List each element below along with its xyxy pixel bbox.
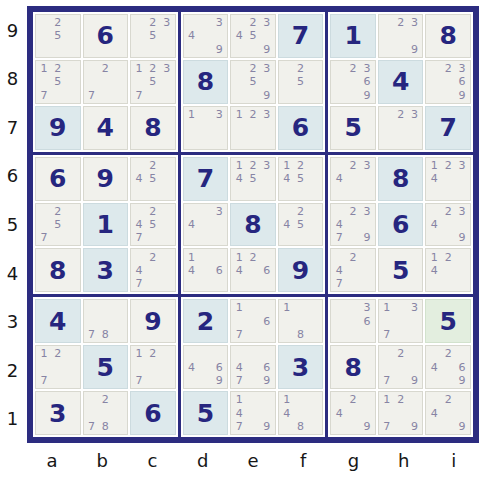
candidate-grid: 2359 [232,62,274,102]
cand-2: 2 [346,159,360,172]
candidate-grid: 1257 [37,62,79,102]
digit: 4 [97,115,114,140]
cand-3: 3 [360,301,374,314]
cand-6: 6 [360,315,374,328]
cand-4: 4 [427,361,441,374]
block-1: 25623512572712357948 [33,12,178,152]
candidate-grid: 247 [332,250,374,290]
candidate-grid: 123 [232,108,274,148]
cand-9: 9 [360,420,374,433]
cand-1: 1 [280,393,294,406]
candidate-grid: 2369 [427,62,469,102]
col-label-h: h [379,444,429,476]
cand-5: 5 [246,29,260,42]
cell-i5[interactable]: 2349 [425,203,471,247]
cand-4: 4 [427,172,441,185]
cell-e1[interactable]: 1479 [230,391,276,435]
cand-4: 4 [185,361,199,374]
cand-3: 3 [408,301,422,314]
cand-4: 4 [280,406,294,419]
cand-2: 2 [146,62,160,75]
cell-e8[interactable]: 2359 [230,60,276,104]
cand-7: 7 [132,88,146,101]
cand-7: 7 [132,231,146,244]
cell-d3[interactable]: 2 [183,299,229,343]
cand-4: 4 [232,406,246,419]
cand-7: 7 [85,420,99,433]
cand-2: 2 [441,393,455,406]
cell-b5[interactable]: 1 [83,203,129,247]
cand-7: 7 [37,88,51,101]
cand-2: 2 [346,393,360,406]
cand-3: 3 [212,205,226,218]
cand-9: 9 [408,43,422,56]
candidate-grid: 124 [427,250,469,290]
cand-9: 9 [260,374,274,387]
cand-3: 3 [360,159,374,172]
cell-f8[interactable]: 25 [278,60,324,104]
cand-2: 2 [246,16,260,29]
cand-1: 1 [380,301,394,314]
candidate-grid: 148 [280,393,322,433]
candidate-grid: 13 [185,108,227,148]
cell-f3[interactable]: 18 [278,299,324,343]
cell-h6[interactable]: 8 [378,157,424,201]
row-label-6: 6 [0,152,25,201]
cell-e4[interactable]: 1246 [230,248,276,292]
cand-1: 1 [185,250,199,263]
digit: 5 [197,401,214,426]
cand-5: 5 [246,172,260,185]
cell-i7[interactable]: 7 [425,106,471,150]
cand-7: 7 [232,420,246,433]
cand-9: 9 [408,374,422,387]
cell-c2[interactable]: 127 [130,345,176,389]
cand-7: 7 [85,328,99,341]
cand-5: 5 [51,75,65,88]
cell-f6[interactable]: 1245 [278,157,324,201]
digit: 6 [392,212,409,237]
cell-f4[interactable]: 9 [278,248,324,292]
cand-6: 6 [455,75,469,88]
digit: 9 [144,309,161,334]
cand-7: 7 [380,374,394,387]
cell-b4[interactable]: 3 [83,248,129,292]
digit: 6 [144,401,161,426]
cell-i9[interactable]: 8 [425,14,471,58]
cand-8: 8 [98,420,112,433]
col-label-g: g [328,444,378,476]
cand-9: 9 [408,420,422,433]
cand-2: 2 [441,159,455,172]
cand-1: 1 [132,62,146,75]
candidate-grid: 34 [185,205,227,245]
digit: 5 [440,309,457,334]
cand-2: 2 [394,393,408,406]
cand-2: 2 [246,250,260,263]
candidate-grid: 469 [185,347,227,387]
cand-9: 9 [455,374,469,387]
candidate-grid: 239 [380,16,422,56]
cell-b1[interactable]: 278 [83,391,129,435]
cell-c4[interactable]: 247 [130,248,176,292]
cell-d7[interactable]: 13 [183,106,229,150]
cell-b6[interactable]: 9 [83,157,129,201]
cell-a3[interactable]: 4 [35,299,81,343]
cand-4: 4 [427,218,441,231]
cell-c1[interactable]: 6 [130,391,176,435]
cand-1: 1 [37,347,51,360]
cand-6: 6 [455,361,469,374]
cell-h9[interactable]: 239 [378,14,424,58]
cand-3: 3 [360,205,374,218]
cand-3: 3 [455,159,469,172]
cand-1: 1 [37,62,51,75]
cell-d9[interactable]: 349 [183,14,229,58]
cell-c7[interactable]: 8 [130,106,176,150]
candidate-grid: 247 [132,250,174,290]
cell-h7[interactable]: 23 [378,106,424,150]
digit: 8 [49,258,66,283]
cell-f7[interactable]: 6 [278,106,324,150]
cand-9: 9 [260,420,274,433]
col-label-e: e [228,444,278,476]
block-9: 361375827924692491279249 [328,297,473,437]
cell-c9[interactable]: 235 [130,14,176,58]
cand-6: 6 [360,75,374,88]
cell-g7[interactable]: 5 [330,106,376,150]
cand-4: 4 [332,218,346,231]
cand-1: 1 [232,393,246,406]
cand-7: 7 [37,231,51,244]
candidate-grid: 12345 [232,159,274,199]
cand-3: 3 [212,108,226,121]
cell-h1[interactable]: 1279 [378,391,424,435]
digit: 5 [392,258,409,283]
cand-3: 3 [260,159,274,172]
row-label-4: 4 [0,249,25,298]
digit: 1 [97,212,114,237]
cand-9: 9 [455,420,469,433]
col-label-c: c [127,444,177,476]
cell-i8[interactable]: 2369 [425,60,471,104]
cell-a1[interactable]: 3 [35,391,81,435]
row-label-1: 1 [0,394,25,443]
cand-3: 3 [212,16,226,29]
cand-1: 1 [427,250,441,263]
cell-g8[interactable]: 2369 [330,60,376,104]
candidate-grid: 1279 [380,393,422,433]
cell-d6[interactable]: 7 [183,157,229,201]
cell-f5[interactable]: 245 [278,203,324,247]
cell-a2[interactable]: 127 [35,345,81,389]
candidate-grid: 146 [185,250,227,290]
candidate-grid: 1245 [280,159,322,199]
cell-c6[interactable]: 245 [130,157,176,201]
candidate-grid: 245 [132,159,174,199]
cand-5: 5 [146,218,160,231]
cell-h4[interactable]: 5 [378,248,424,292]
cell-d8[interactable]: 8 [183,60,229,104]
candidate-grid: 36 [332,301,374,341]
cell-g2[interactable]: 8 [330,345,376,389]
cand-2: 2 [346,62,360,75]
cell-e7[interactable]: 123 [230,106,276,150]
cand-4: 4 [185,29,199,42]
cand-7: 7 [332,231,346,244]
cand-9: 9 [260,88,274,101]
candidate-grid: 1479 [232,393,274,433]
candidate-grid: 25 [37,16,79,56]
cand-9: 9 [360,88,374,101]
digit: 1 [344,23,361,48]
cell-b2[interactable]: 5 [83,345,129,389]
cell-b7[interactable]: 4 [83,106,129,150]
cand-2: 2 [51,205,65,218]
digit: 8 [144,115,161,140]
cand-4: 4 [332,406,346,419]
cand-2: 2 [394,108,408,121]
candidate-grid: 249 [427,393,469,433]
cell-h5[interactable]: 6 [378,203,424,247]
cand-2: 2 [98,62,112,75]
cand-9: 9 [360,231,374,244]
cell-a7[interactable]: 9 [35,106,81,150]
candidate-grid: 127 [37,347,79,387]
block-5: 712345124534824514612469 [181,155,326,295]
cell-e3[interactable]: 167 [230,299,276,343]
cand-4: 4 [232,361,246,374]
cand-2: 2 [394,347,408,360]
cell-a6[interactable]: 6 [35,157,81,201]
cell-a5[interactable]: 257 [35,203,81,247]
cand-1: 1 [280,159,294,172]
digit: 9 [97,166,114,191]
candidate-grid: 167 [232,301,274,341]
digit: 7 [440,115,457,140]
cand-5: 5 [146,172,160,185]
cell-d1[interactable]: 5 [183,391,229,435]
candidate-grid: 1234 [427,159,469,199]
sudoku-app: 987654321 256235125727123579483492345978… [0,0,480,480]
cand-5: 5 [246,75,260,88]
cell-h2[interactable]: 279 [378,345,424,389]
cell-d2[interactable]: 469 [183,345,229,389]
candidate-grid: 4679 [232,347,274,387]
candidate-grid: 27 [85,62,127,102]
cell-e6[interactable]: 12345 [230,157,276,201]
candidate-grid: 279 [380,347,422,387]
cand-7: 7 [380,328,394,341]
cand-7: 7 [132,374,146,387]
cell-c8[interactable]: 12357 [130,60,176,104]
cand-2: 2 [146,205,160,218]
block-8: 2167184694679351479148 [181,297,326,437]
col-label-b: b [77,444,127,476]
digit: 8 [244,212,261,237]
cand-4: 4 [185,264,199,277]
candidate-grid: 235 [132,16,174,56]
cand-7: 7 [132,277,146,290]
cand-7: 7 [332,277,346,290]
cell-e2[interactable]: 4679 [230,345,276,389]
digit: 9 [292,258,309,283]
cand-1: 1 [280,301,294,314]
col-label-a: a [27,444,77,476]
cand-5: 5 [294,218,308,231]
cell-d5[interactable]: 34 [183,203,229,247]
col-labels: abcdefghi [27,444,479,476]
digit: 7 [197,166,214,191]
cand-2: 2 [51,347,65,360]
cand-2: 2 [294,205,308,218]
cell-a9[interactable]: 25 [35,14,81,58]
digit: 6 [292,115,309,140]
cand-3: 3 [408,16,422,29]
cand-2: 2 [441,347,455,360]
block-7: 4789127512732786 [33,297,178,437]
candidate-grid: 23459 [232,16,274,56]
cand-2: 2 [146,347,160,360]
cand-3: 3 [360,62,374,75]
cell-g4[interactable]: 247 [330,248,376,292]
digit: 5 [97,355,114,380]
cand-2: 2 [346,250,360,263]
row-label-9: 9 [0,6,25,55]
row-label-5: 5 [0,200,25,249]
cell-i2[interactable]: 2469 [425,345,471,389]
digit: 8 [197,69,214,94]
cell-g3[interactable]: 36 [330,299,376,343]
cand-4: 4 [427,264,441,277]
candidate-grid: 25 [280,62,322,102]
row-label-2: 2 [0,346,25,395]
candidate-grid: 127 [132,347,174,387]
cell-c5[interactable]: 2457 [130,203,176,247]
cand-6: 6 [212,361,226,374]
candidate-grid: 23479 [332,205,374,245]
cand-5: 5 [294,75,308,88]
cand-1: 1 [232,108,246,121]
cand-4: 4 [280,172,294,185]
cell-g9[interactable]: 1 [330,14,376,58]
cell-e9[interactable]: 23459 [230,14,276,58]
cell-f1[interactable]: 148 [278,391,324,435]
cell-e5[interactable]: 8 [230,203,276,247]
digit: 4 [49,309,66,334]
cand-4: 4 [132,264,146,277]
candidate-grid: 18 [280,301,322,341]
candidate-grid: 2469 [427,347,469,387]
cand-5: 5 [294,172,308,185]
cand-3: 3 [455,62,469,75]
candidate-grid: 2369 [332,62,374,102]
cand-9: 9 [212,374,226,387]
cell-i3[interactable]: 5 [425,299,471,343]
cand-5: 5 [51,218,65,231]
cand-7: 7 [380,420,394,433]
digit: 8 [440,23,457,48]
cell-i1[interactable]: 249 [425,391,471,435]
block-4: 692452571245783247 [33,155,178,295]
cell-a8[interactable]: 1257 [35,60,81,104]
cand-4: 4 [132,172,146,185]
cand-1: 1 [232,250,246,263]
cand-3: 3 [160,16,174,29]
row-labels: 987654321 [0,6,25,443]
candidate-grid: 249 [332,393,374,433]
cand-5: 5 [146,75,160,88]
cand-4: 4 [132,218,146,231]
cand-4: 4 [332,172,346,185]
cand-1: 1 [132,347,146,360]
cell-b9[interactable]: 6 [83,14,129,58]
digit: 6 [49,166,66,191]
digit: 8 [392,166,409,191]
cell-g5[interactable]: 23479 [330,203,376,247]
cell-b8[interactable]: 27 [83,60,129,104]
candidate-grid: 234 [332,159,374,199]
cell-c3[interactable]: 9 [130,299,176,343]
cell-a4[interactable]: 8 [35,248,81,292]
cand-8: 8 [294,328,308,341]
cand-3: 3 [260,62,274,75]
col-label-f: f [278,444,328,476]
candidate-grid: 245 [280,205,322,245]
cand-2: 2 [294,62,308,75]
digit: 7 [292,23,309,48]
cell-g1[interactable]: 249 [330,391,376,435]
digit: 5 [344,115,361,140]
cand-9: 9 [455,88,469,101]
cell-b3[interactable]: 78 [83,299,129,343]
cell-d4[interactable]: 146 [183,248,229,292]
cell-f9[interactable]: 7 [278,14,324,58]
cell-i6[interactable]: 1234 [425,157,471,201]
cell-h8[interactable]: 4 [378,60,424,104]
candidate-grid: 2349 [427,205,469,245]
cand-1: 1 [232,159,246,172]
cell-g6[interactable]: 234 [330,157,376,201]
row-label-8: 8 [0,55,25,104]
cand-3: 3 [260,108,274,121]
cell-f2[interactable]: 3 [278,345,324,389]
cand-9: 9 [260,43,274,56]
candidate-grid: 257 [37,205,79,245]
digit: 3 [97,258,114,283]
cand-2: 2 [246,62,260,75]
cand-3: 3 [260,16,274,29]
cand-4: 4 [280,218,294,231]
cand-2: 2 [146,16,160,29]
candidate-grid: 23 [380,108,422,148]
cand-8: 8 [294,420,308,433]
cell-h3[interactable]: 137 [378,299,424,343]
row-label-7: 7 [0,103,25,152]
block-3: 123982369423695237 [328,12,473,152]
cand-7: 7 [37,374,51,387]
row-label-3: 3 [0,297,25,346]
candidate-grid: 1246 [232,250,274,290]
cand-2: 2 [394,16,408,29]
cand-4: 4 [427,406,441,419]
cand-2: 2 [51,16,65,29]
cand-3: 3 [160,62,174,75]
cand-2: 2 [51,62,65,75]
cell-i4[interactable]: 124 [425,248,471,292]
cand-7: 7 [85,88,99,101]
digit: 4 [392,69,409,94]
